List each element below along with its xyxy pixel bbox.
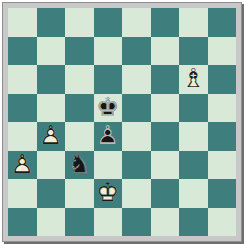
square-b6	[37, 65, 66, 94]
square-g7	[179, 37, 208, 66]
white-pawn-glyph-outline: ♙	[8, 150, 37, 179]
square-c7	[65, 37, 94, 66]
square-c1	[65, 208, 94, 237]
square-a4	[8, 122, 37, 151]
square-g3	[179, 151, 208, 180]
square-f8	[151, 8, 180, 37]
square-f4	[151, 122, 180, 151]
square-h5	[208, 94, 237, 123]
white-bishop-g6: ♝♗	[179, 65, 208, 94]
square-c5	[65, 94, 94, 123]
white-bishop-glyph-outline: ♗	[179, 64, 208, 93]
square-g1	[179, 208, 208, 237]
square-f6	[151, 65, 180, 94]
square-h1	[208, 208, 237, 237]
square-c2	[65, 179, 94, 208]
white-pawn-a3: ♟♙	[8, 151, 37, 180]
black-pawn-glyph-outline: ♙	[94, 121, 123, 150]
square-d5: ♚♔	[94, 94, 123, 123]
square-f3	[151, 151, 180, 180]
black-king-glyph-outline: ♔	[94, 93, 123, 122]
square-f1	[151, 208, 180, 237]
square-d1	[94, 208, 123, 237]
square-b2	[37, 179, 66, 208]
square-d2: ♚♔	[94, 179, 123, 208]
square-h7	[208, 37, 237, 66]
square-f7	[151, 37, 180, 66]
square-b5	[37, 94, 66, 123]
white-pawn-glyph-outline: ♙	[37, 121, 66, 150]
square-e7	[122, 37, 151, 66]
square-a8	[8, 8, 37, 37]
square-d4: ♟♙	[94, 122, 123, 151]
square-g5	[179, 94, 208, 123]
square-e5	[122, 94, 151, 123]
square-b1	[37, 208, 66, 237]
square-g2	[179, 179, 208, 208]
square-a2	[8, 179, 37, 208]
square-d7	[94, 37, 123, 66]
square-e6	[122, 65, 151, 94]
white-king-glyph-outline: ♔	[94, 178, 123, 207]
square-c3: ♞♘	[65, 151, 94, 180]
square-c4	[65, 122, 94, 151]
board-frame: ♝♗♚♔♟♙♟♙♟♙♞♘♚♔	[2, 2, 242, 242]
black-knight-c3: ♞♘	[65, 151, 94, 180]
square-b3	[37, 151, 66, 180]
square-e2	[122, 179, 151, 208]
square-d6	[94, 65, 123, 94]
square-b7	[37, 37, 66, 66]
chess-diagram-image: ♝♗♚♔♟♙♟♙♟♙♞♘♚♔	[0, 0, 244, 244]
square-a5	[8, 94, 37, 123]
square-d8	[94, 8, 123, 37]
square-f2	[151, 179, 180, 208]
square-g6: ♝♗	[179, 65, 208, 94]
square-f5	[151, 94, 180, 123]
chess-board: ♝♗♚♔♟♙♟♙♟♙♞♘♚♔	[8, 8, 236, 236]
square-a3: ♟♙	[8, 151, 37, 180]
white-pawn-b4: ♟♙	[37, 122, 66, 151]
square-b8	[37, 8, 66, 37]
square-a7	[8, 37, 37, 66]
black-king-d5: ♚♔	[94, 94, 123, 123]
square-h4	[208, 122, 237, 151]
square-g4	[179, 122, 208, 151]
black-knight-glyph-outline: ♘	[65, 150, 94, 179]
square-e3	[122, 151, 151, 180]
square-a1	[8, 208, 37, 237]
square-c8	[65, 8, 94, 37]
square-d3	[94, 151, 123, 180]
square-h2	[208, 179, 237, 208]
white-king-d2: ♚♔	[94, 179, 123, 208]
black-pawn-d4: ♟♙	[94, 122, 123, 151]
square-h8	[208, 8, 237, 37]
square-e1	[122, 208, 151, 237]
square-e4	[122, 122, 151, 151]
square-b4: ♟♙	[37, 122, 66, 151]
square-e8	[122, 8, 151, 37]
square-a6	[8, 65, 37, 94]
square-h6	[208, 65, 237, 94]
square-c6	[65, 65, 94, 94]
square-h3	[208, 151, 237, 180]
square-g8	[179, 8, 208, 37]
